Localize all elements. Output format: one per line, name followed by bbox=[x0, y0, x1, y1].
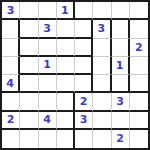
cell-r5c1: 4 bbox=[2, 75, 20, 93]
cell-r6c6[interactable] bbox=[93, 93, 111, 111]
cell-r2c3: 3 bbox=[39, 20, 57, 38]
cell-r3c5[interactable] bbox=[75, 39, 93, 57]
cell-r4c2[interactable] bbox=[20, 57, 38, 75]
cell-r7c4[interactable] bbox=[57, 112, 75, 130]
cell-r1c4: 1 bbox=[57, 2, 75, 20]
cell-r5c3[interactable] bbox=[39, 75, 57, 93]
cell-r1c6[interactable] bbox=[93, 2, 111, 20]
cell-r5c8[interactable] bbox=[130, 75, 148, 93]
cell-r4c5[interactable] bbox=[75, 57, 93, 75]
cell-r4c6[interactable] bbox=[93, 57, 111, 75]
cell-r1c7[interactable] bbox=[112, 2, 130, 20]
cell-r7c8[interactable] bbox=[130, 112, 148, 130]
cell-r6c8[interactable] bbox=[130, 93, 148, 111]
cell-r5c6[interactable] bbox=[93, 75, 111, 93]
cell-r3c1[interactable] bbox=[2, 39, 20, 57]
cell-r6c4[interactable] bbox=[57, 93, 75, 111]
cell-r3c2[interactable] bbox=[20, 39, 38, 57]
cell-r4c7: 1 bbox=[112, 57, 130, 75]
cell-r1c5[interactable] bbox=[75, 2, 93, 20]
cell-r7c7[interactable] bbox=[112, 112, 130, 130]
cell-r6c7: 3 bbox=[112, 93, 130, 111]
cell-r8c4[interactable] bbox=[57, 130, 75, 148]
cell-r8c5[interactable] bbox=[75, 130, 93, 148]
cell-r8c2[interactable] bbox=[20, 130, 38, 148]
cell-r8c6[interactable] bbox=[93, 130, 111, 148]
cell-r4c8[interactable] bbox=[130, 57, 148, 75]
cell-r2c8[interactable] bbox=[130, 20, 148, 38]
cell-r1c8[interactable] bbox=[130, 2, 148, 20]
cell-r1c1: 3 bbox=[2, 2, 20, 20]
cell-r8c8[interactable] bbox=[130, 130, 148, 148]
cell-r7c5: 3 bbox=[75, 112, 93, 130]
cell-r4c3: 1 bbox=[39, 57, 57, 75]
cell-r7c3: 4 bbox=[39, 112, 57, 130]
cell-r6c3[interactable] bbox=[39, 93, 57, 111]
cell-r8c1[interactable] bbox=[2, 130, 20, 148]
cell-r2c5[interactable] bbox=[75, 20, 93, 38]
cell-r5c7[interactable] bbox=[112, 75, 130, 93]
cell-r2c7[interactable] bbox=[112, 20, 130, 38]
puzzle-board: 31332114232432 bbox=[0, 0, 150, 150]
cell-r2c4[interactable] bbox=[57, 20, 75, 38]
cell-r3c8: 2 bbox=[130, 39, 148, 57]
cell-r5c2[interactable] bbox=[20, 75, 38, 93]
cell-r5c4[interactable] bbox=[57, 75, 75, 93]
cell-r7c2[interactable] bbox=[20, 112, 38, 130]
cell-r7c6[interactable] bbox=[93, 112, 111, 130]
cell-r3c6[interactable] bbox=[93, 39, 111, 57]
cell-r2c2[interactable] bbox=[20, 20, 38, 38]
cell-r4c4[interactable] bbox=[57, 57, 75, 75]
cell-r3c7[interactable] bbox=[112, 39, 130, 57]
cell-r5c5[interactable] bbox=[75, 75, 93, 93]
cell-r3c3[interactable] bbox=[39, 39, 57, 57]
cell-r8c3[interactable] bbox=[39, 130, 57, 148]
cell-r6c5: 2 bbox=[75, 93, 93, 111]
cell-r8c7: 2 bbox=[112, 130, 130, 148]
cell-r1c3[interactable] bbox=[39, 2, 57, 20]
cell-r6c2[interactable] bbox=[20, 93, 38, 111]
cell-r3c4[interactable] bbox=[57, 39, 75, 57]
cell-r7c1: 2 bbox=[2, 112, 20, 130]
cell-r6c1[interactable] bbox=[2, 93, 20, 111]
cell-r1c2[interactable] bbox=[20, 2, 38, 20]
cell-r2c6: 3 bbox=[93, 20, 111, 38]
cell-r4c1[interactable] bbox=[2, 57, 20, 75]
cell-r2c1[interactable] bbox=[2, 20, 20, 38]
